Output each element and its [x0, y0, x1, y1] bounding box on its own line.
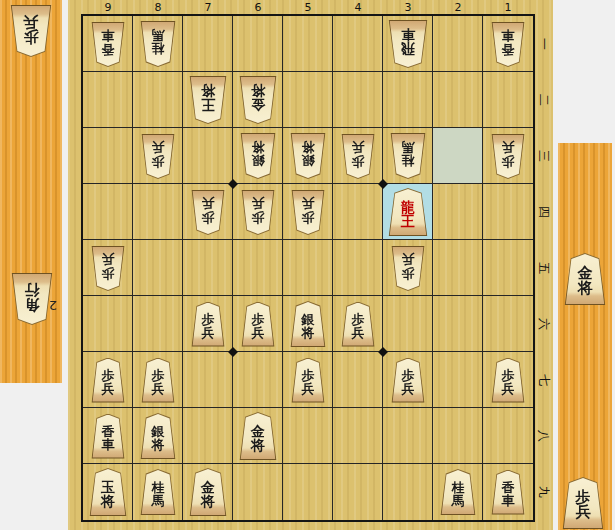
piece-kanji: 歩 — [502, 369, 515, 382]
piece-kanji: 将 — [578, 281, 593, 296]
piece-kanji: 将 — [201, 494, 215, 508]
piece-kanji: 兵 — [152, 382, 165, 395]
piece-kanji: 銀 — [152, 425, 165, 438]
square-82[interactable] — [133, 72, 183, 128]
piece-kanji: 桂 — [152, 481, 165, 494]
piece-kanji: 歩 — [102, 369, 115, 382]
square-45[interactable] — [333, 240, 383, 296]
square-73[interactable] — [183, 128, 233, 184]
piece-kanji: 香 — [102, 42, 115, 55]
piece-kanji: 兵 — [252, 326, 265, 339]
piece-kanji: 金 — [251, 98, 265, 112]
square-36[interactable] — [383, 296, 433, 352]
piece-kanji: 将 — [302, 141, 315, 154]
gote-hand-count: 2 — [49, 298, 57, 313]
piece-kanji: 桂 — [402, 154, 415, 167]
file-label-6: 6 — [233, 0, 283, 15]
square-48[interactable] — [333, 408, 383, 464]
shogi-app: 歩兵角行2 987654321 一二三四五六七八九 香車桂馬飛車香車王将金将歩兵… — [0, 0, 615, 530]
piece-kanji: 行 — [25, 282, 40, 297]
file-label-1: 1 — [483, 0, 533, 15]
file-label-7: 7 — [183, 0, 233, 15]
square-59[interactable] — [283, 464, 333, 520]
square-86[interactable] — [133, 296, 183, 352]
file-label-2: 2 — [433, 0, 483, 15]
square-61[interactable] — [233, 16, 283, 72]
piece-kanji: 兵 — [24, 14, 39, 29]
file-label-3: 3 — [383, 0, 433, 15]
piece-kanji: 兵 — [302, 382, 315, 395]
square-25[interactable] — [433, 240, 483, 296]
piece-kanji: 兵 — [302, 197, 315, 210]
piece-kanji: 兵 — [152, 141, 165, 154]
file-label-4: 4 — [333, 0, 383, 15]
piece-kanji: 車 — [102, 438, 115, 451]
square-41[interactable] — [333, 16, 383, 72]
piece-kanji: 将 — [152, 438, 165, 451]
piece-kanji: 車 — [502, 29, 515, 42]
piece-kanji: 香 — [102, 425, 115, 438]
piece-kanji: 馬 — [452, 494, 465, 507]
file-labels: 987654321 — [83, 0, 533, 15]
piece-kanji: 将 — [302, 326, 315, 339]
piece-kanji: 玉 — [101, 480, 115, 494]
piece-kanji: 兵 — [102, 253, 115, 266]
rank-label-1: 一 — [516, 35, 572, 53]
square-32[interactable] — [383, 72, 433, 128]
piece-kanji: 兵 — [402, 382, 415, 395]
square-69[interactable] — [233, 464, 283, 520]
piece-kanji: 香 — [502, 42, 515, 55]
piece-kanji: 歩 — [402, 369, 415, 382]
piece-kanji: 桂 — [452, 481, 465, 494]
square-38[interactable] — [383, 408, 433, 464]
piece-kanji: 兵 — [502, 141, 515, 154]
square-92[interactable] — [83, 72, 133, 128]
square-39[interactable] — [383, 464, 433, 520]
square-24[interactable] — [433, 184, 483, 240]
square-75[interactable] — [183, 240, 233, 296]
piece-kanji: 兵 — [102, 382, 115, 395]
piece-kanji: 歩 — [202, 210, 215, 223]
piece-kanji: 将 — [101, 494, 115, 508]
square-58[interactable] — [283, 408, 333, 464]
piece-kanji: 将 — [251, 84, 265, 98]
square-85[interactable] — [133, 240, 183, 296]
piece-kanji: 歩 — [302, 210, 315, 223]
piece-kanji: 歩 — [24, 29, 39, 44]
square-78[interactable] — [183, 408, 233, 464]
piece-kanji: 歩 — [152, 369, 165, 382]
piece-kanji: 龍 — [401, 200, 415, 214]
square-55[interactable] — [283, 240, 333, 296]
square-47[interactable] — [333, 352, 383, 408]
gote-komadai: 歩兵角行2 — [0, 0, 62, 383]
file-label-5: 5 — [283, 0, 333, 15]
square-27[interactable] — [433, 352, 483, 408]
square-28[interactable] — [433, 408, 483, 464]
square-71[interactable] — [183, 16, 233, 72]
piece-kanji: 歩 — [352, 154, 365, 167]
piece-kanji: 歩 — [252, 313, 265, 326]
square-44[interactable] — [333, 184, 383, 240]
square-77[interactable] — [183, 352, 233, 408]
sente-komadai: 金将歩兵 — [558, 143, 612, 530]
square-52[interactable] — [283, 72, 333, 128]
file-label-9: 9 — [83, 0, 133, 15]
piece-kanji: 銀 — [302, 154, 315, 167]
file-label-8: 8 — [133, 0, 183, 15]
piece-kanji: 香 — [502, 481, 515, 494]
piece-kanji: 兵 — [352, 326, 365, 339]
piece-kanji: 馬 — [402, 141, 415, 154]
piece-kanji: 歩 — [152, 154, 165, 167]
piece-kanji: 兵 — [502, 382, 515, 395]
piece-kanji: 兵 — [402, 253, 415, 266]
piece-kanji: 兵 — [352, 141, 365, 154]
sente-piece-P[interactable]: 歩兵 — [562, 477, 604, 529]
square-84[interactable] — [133, 184, 183, 240]
piece-kanji: 王 — [401, 214, 415, 228]
square-67[interactable] — [233, 352, 283, 408]
piece-kanji: 桂 — [152, 42, 165, 55]
rank-labels: 一二三四五六七八九 — [535, 16, 553, 520]
square-21[interactable] — [433, 16, 483, 72]
square-26[interactable] — [433, 296, 483, 352]
piece-kanji: 歩 — [502, 154, 515, 167]
piece-kanji: 歩 — [352, 313, 365, 326]
square-94[interactable] — [83, 184, 133, 240]
gote-piece-P[interactable]: 歩兵 — [10, 5, 52, 57]
piece-kanji: 兵 — [576, 505, 591, 520]
piece-kanji: 兵 — [252, 197, 265, 210]
square-93[interactable] — [83, 128, 133, 184]
piece-kanji: 角 — [25, 297, 40, 312]
piece-kanji: 馬 — [152, 29, 165, 42]
piece-kanji: 車 — [502, 494, 515, 507]
piece-kanji: 将 — [252, 141, 265, 154]
piece-kanji: 車 — [401, 28, 415, 42]
piece-kanji: 兵 — [202, 197, 215, 210]
piece-kanji: 歩 — [302, 369, 315, 382]
piece-kanji: 飛 — [401, 42, 415, 56]
rank-label-2: 二 — [516, 91, 572, 109]
piece-kanji: 歩 — [102, 266, 115, 279]
square-51[interactable] — [283, 16, 333, 72]
piece-kanji: 兵 — [202, 326, 215, 339]
square-49[interactable] — [333, 464, 383, 520]
piece-kanji: 馬 — [152, 494, 165, 507]
piece-kanji: 車 — [102, 29, 115, 42]
piece-kanji: 将 — [201, 84, 215, 98]
square-42[interactable] — [333, 72, 383, 128]
square-23[interactable] — [433, 128, 483, 184]
piece-kanji: 銀 — [252, 154, 265, 167]
piece-kanji: 歩 — [202, 313, 215, 326]
square-22[interactable] — [433, 72, 483, 128]
gote-piece-B[interactable]: 角行 — [11, 273, 53, 325]
shogi-board-panel: 987654321 一二三四五六七八九 香車桂馬飛車香車王将金将歩兵銀将銀将歩兵… — [68, 0, 553, 530]
piece-kanji: 銀 — [302, 313, 315, 326]
piece-kanji: 歩 — [402, 266, 415, 279]
piece-kanji: 王 — [201, 98, 215, 112]
sente-piece-G[interactable]: 金将 — [564, 253, 606, 305]
piece-kanji: 金 — [251, 424, 265, 438]
piece-kanji: 金 — [201, 480, 215, 494]
square-96[interactable] — [83, 296, 133, 352]
square-65[interactable] — [233, 240, 283, 296]
piece-kanji: 将 — [251, 438, 265, 452]
piece-kanji: 歩 — [252, 210, 265, 223]
